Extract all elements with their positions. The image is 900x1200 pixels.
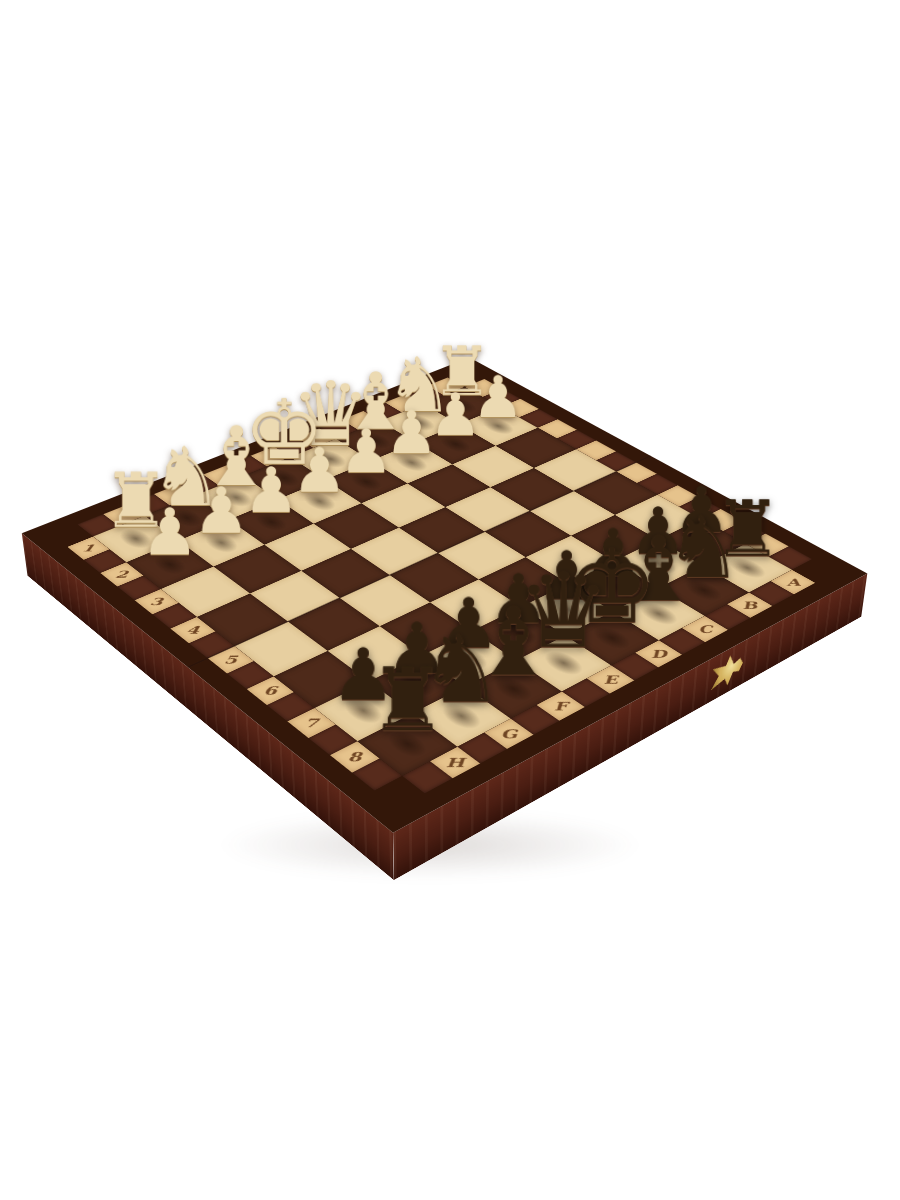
black-rook-glyph: ♜	[333, 611, 482, 744]
file-label-text: D	[641, 644, 676, 664]
file-label-text: H	[438, 751, 473, 774]
file-label-text: B	[732, 596, 767, 614]
rank-label-text: 4	[175, 621, 211, 639]
rank-label-text: 7	[293, 713, 330, 734]
file-label-D: D	[635, 640, 682, 667]
board-perspective-wrapper: 12345678 ABCDEFGH ♜♞♝♚♛♝♞♜♟♟♟♟♟♟♟♟♟♟♟♟♟♟…	[138, 253, 738, 853]
file-label-text: A	[775, 573, 810, 591]
file-label-G: G	[484, 719, 533, 749]
file-label-text: E	[593, 669, 628, 689]
border-cell	[117, 576, 160, 601]
rank-label-text: 2	[104, 566, 140, 583]
border-cell	[227, 661, 274, 689]
rank-label-3: 3	[135, 589, 179, 614]
file-label-E: E	[587, 665, 634, 693]
rank-label-4: 4	[170, 617, 215, 643]
chess-board: 12345678 ABCDEFGH ♜♞♝♚♛♝♞♜♟♟♟♟♟♟♟♟♟♟♟♟♟♟…	[22, 357, 868, 832]
piece-white-pawn-h2: ♟	[126, 541, 213, 589]
white-pawn-glyph: ♟	[104, 447, 235, 564]
file-label-text: F	[543, 696, 578, 717]
product-photo: 12345678 ABCDEFGH ♜♞♝♚♛♝♞♜♟♟♟♟♟♟♟♟♟♟♟♟♟♟…	[0, 0, 900, 1200]
file-label-text: G	[491, 723, 526, 745]
file-label-text: C	[687, 620, 722, 639]
brass-clasp-icon	[708, 646, 745, 697]
rank-label-text: 3	[139, 593, 175, 611]
